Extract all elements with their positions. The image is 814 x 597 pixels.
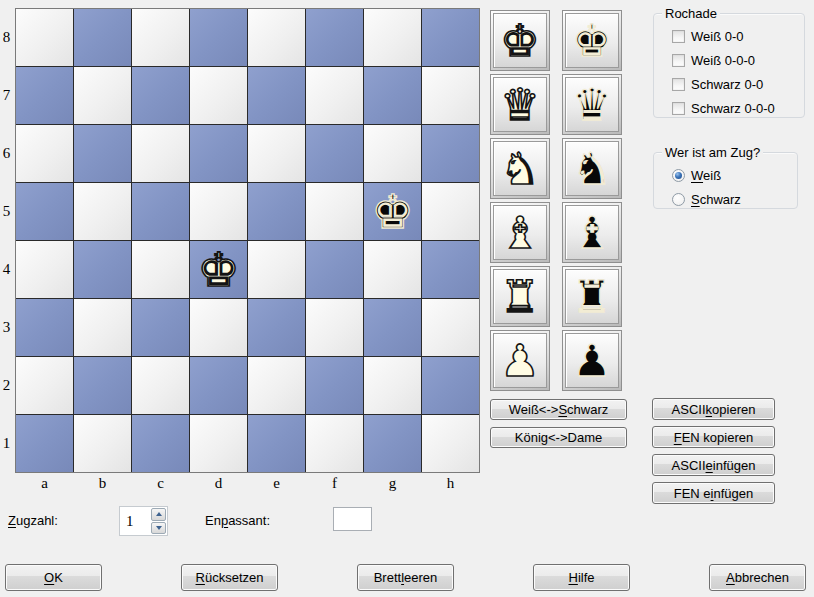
palette-black-queen-face: ♛ (565, 77, 619, 132)
square-d6[interactable] (190, 125, 247, 182)
square-f5[interactable] (306, 183, 363, 240)
swap-colors-label: Weiß<-> (509, 402, 559, 417)
square-f7[interactable] (306, 67, 363, 124)
rank-label-4: 4 (0, 241, 13, 298)
palette-white-queen-button[interactable]: ♛ (490, 74, 550, 135)
black-pawn-icon: ♟ (572, 339, 611, 383)
mirror-king-queen-button[interactable]: König<->Dame (490, 427, 627, 448)
move-number-label: Zugzahl: (8, 512, 58, 529)
square-h4[interactable] (422, 241, 479, 298)
castling-black-long-label: Schwarz 0-0-0 (691, 101, 775, 116)
square-c1[interactable] (132, 415, 189, 472)
square-c3[interactable] (132, 299, 189, 356)
white-knight-icon: ♞ (500, 147, 539, 191)
square-a3[interactable] (16, 299, 73, 356)
palette-white-king-face: ♚ (493, 13, 547, 68)
file-labels: abcdefgh (15, 474, 480, 492)
down-arrow-icon (156, 526, 162, 530)
square-a2[interactable] (16, 357, 73, 414)
rank-label-1: 1 (0, 415, 13, 472)
square-e7[interactable] (248, 67, 305, 124)
castling-black-short-checkbox[interactable] (672, 78, 685, 91)
square-e6[interactable] (248, 125, 305, 182)
square-d2[interactable] (190, 357, 247, 414)
square-f3[interactable] (306, 299, 363, 356)
rank-label-6: 6 (0, 125, 13, 182)
file-label-f: f (306, 474, 363, 492)
square-g6[interactable] (364, 125, 421, 182)
square-d5[interactable] (190, 183, 247, 240)
black-bishop-icon: ♝ (572, 211, 611, 255)
castling-black-short-row: Schwarz 0-0 (672, 76, 804, 92)
castling-black-long-row: Schwarz 0-0-0 (672, 100, 804, 116)
square-e8[interactable] (248, 9, 305, 66)
swap-colors-button[interactable]: Weiß<->Schwarz (490, 399, 627, 420)
turn-white-radio[interactable] (672, 169, 685, 182)
square-c6[interactable] (132, 125, 189, 182)
square-h8[interactable] (422, 9, 479, 66)
file-label-h: h (422, 474, 479, 492)
square-e1[interactable] (248, 415, 305, 472)
square-h2[interactable] (422, 357, 479, 414)
move-number-spinner: 1 (119, 506, 168, 536)
palette-white-king-button[interactable]: ♚ (490, 10, 550, 71)
square-h3[interactable] (422, 299, 479, 356)
square-h5[interactable] (422, 183, 479, 240)
white-queen-icon: ♛ (500, 83, 539, 127)
palette-black-pawn-button[interactable]: ♟ (562, 330, 622, 391)
rank-label-2: 2 (0, 357, 13, 414)
palette-black-knight-face: ♞ (565, 141, 619, 196)
square-d1[interactable] (190, 415, 247, 472)
ascii-copy-button[interactable]: ASCII kopieren (652, 398, 775, 420)
square-g4[interactable] (364, 241, 421, 298)
spin-down-button[interactable] (151, 522, 166, 535)
white-king: ♚ (197, 246, 239, 293)
square-d3[interactable] (190, 299, 247, 356)
square-b4[interactable] (74, 241, 131, 298)
palette-white-queen-face: ♛ (493, 77, 547, 132)
square-b8[interactable] (74, 9, 131, 66)
palette-white-rook-face: ♜ (493, 269, 547, 324)
square-b6[interactable] (74, 125, 131, 182)
palette-white-knight-face: ♞ (493, 141, 547, 196)
square-a1[interactable] (16, 415, 73, 472)
rank-label-5: 5 (0, 183, 13, 240)
white-rook-icon: ♜ (500, 275, 539, 319)
square-c7[interactable] (132, 67, 189, 124)
turn-black-label: Schwarz (691, 192, 741, 207)
turn-group: Wer ist am Zug? Weiß Schwarz (653, 152, 798, 209)
square-d4[interactable]: ♚ (190, 241, 247, 298)
square-g1[interactable] (364, 415, 421, 472)
palette-black-rook-face: ♜ (565, 269, 619, 324)
reset-button[interactable]: Rücksetzen (181, 564, 278, 591)
ok-button[interactable]: OK (5, 564, 102, 591)
square-a5[interactable] (16, 183, 73, 240)
en-passant-label: En passant: (205, 512, 270, 529)
file-label-e: e (248, 474, 305, 492)
black-knight-icon: ♞ (572, 147, 611, 191)
square-h7[interactable] (422, 67, 479, 124)
square-b2[interactable] (74, 357, 131, 414)
palette-black-king-button[interactable]: ♚ (562, 10, 622, 71)
castling-white-short-checkbox[interactable] (672, 30, 685, 43)
palette-black-king-face: ♚ (565, 13, 619, 68)
en-passant-field[interactable] (333, 507, 372, 531)
castling-group-title: Rochade (662, 6, 720, 21)
square-b1[interactable] (74, 415, 131, 472)
palette-white-pawn-button[interactable]: ♟ (490, 330, 550, 391)
square-h1[interactable] (422, 415, 479, 472)
clear-board-button[interactable]: Brett leeren (357, 564, 454, 591)
castling-group: Rochade Weiß 0-0 Weiß 0-0-0 Schwarz 0-0 … (653, 13, 805, 118)
piece-palette: ♚♚♛♛♞♞♝♝♜♜♟♟ (490, 10, 622, 391)
palette-white-knight-button[interactable]: ♞ (490, 138, 550, 199)
castling-white-long-label: Weiß 0-0-0 (691, 53, 755, 68)
file-label-a: a (16, 474, 73, 492)
palette-black-bishop-button[interactable]: ♝ (562, 202, 622, 263)
square-a8[interactable] (16, 9, 73, 66)
square-f1[interactable] (306, 415, 363, 472)
castling-black-long-checkbox[interactable] (672, 102, 685, 115)
black-queen-icon: ♛ (572, 83, 611, 127)
palette-black-bishop-face: ♝ (565, 205, 619, 260)
palette-white-bishop-face: ♝ (493, 205, 547, 260)
file-label-b: b (74, 474, 131, 492)
file-label-c: c (132, 474, 189, 492)
castling-black-short-label: Schwarz 0-0 (691, 77, 763, 92)
mirror-king-queen-label: König<->Dame (515, 430, 602, 445)
white-pawn-icon: ♟ (500, 339, 539, 383)
square-e4[interactable] (248, 241, 305, 298)
square-f2[interactable] (306, 357, 363, 414)
castling-white-short-row: Weiß 0-0 (672, 28, 804, 44)
castling-white-long-row: Weiß 0-0-0 (672, 52, 804, 68)
square-c4[interactable] (132, 241, 189, 298)
rank-label-3: 3 (0, 299, 13, 356)
square-g2[interactable] (364, 357, 421, 414)
square-g3[interactable] (364, 299, 421, 356)
move-number-value[interactable]: 1 (121, 508, 151, 534)
square-f6[interactable] (306, 125, 363, 182)
white-king-icon: ♚ (500, 19, 539, 63)
palette-black-pawn-face: ♟ (565, 333, 619, 388)
square-a4[interactable] (16, 241, 73, 298)
turn-white-row: Weiß (672, 167, 797, 183)
palette-black-rook-button[interactable]: ♜ (562, 266, 622, 327)
palette-black-knight-button[interactable]: ♞ (562, 138, 622, 199)
square-e2[interactable] (248, 357, 305, 414)
castling-white-short-label: Weiß 0-0 (691, 29, 744, 44)
turn-black-row: Schwarz (672, 191, 797, 207)
square-g7[interactable] (364, 67, 421, 124)
square-e5[interactable] (248, 183, 305, 240)
cancel-button[interactable]: Abbrechen (709, 564, 806, 591)
black-rook-icon: ♜ (572, 275, 611, 319)
square-c5[interactable] (132, 183, 189, 240)
palette-black-queen-button[interactable]: ♛ (562, 74, 622, 135)
rank-label-8: 8 (0, 9, 13, 66)
square-b5[interactable] (74, 183, 131, 240)
turn-group-title: Wer ist am Zug? (662, 145, 763, 160)
square-c2[interactable] (132, 357, 189, 414)
black-king-icon: ♚ (572, 19, 611, 63)
file-label-g: g (364, 474, 421, 492)
up-arrow-icon (156, 512, 162, 516)
spin-up-button[interactable] (151, 508, 166, 521)
ascii-paste-button[interactable]: ASCII einfügen (652, 454, 775, 476)
black-king: ♚ (371, 188, 413, 235)
chess-board: ♚♚ (15, 8, 480, 473)
square-a7[interactable] (16, 67, 73, 124)
square-d8[interactable] (190, 9, 247, 66)
help-button[interactable]: Hilfe (533, 564, 630, 591)
square-b7[interactable] (74, 67, 131, 124)
turn-black-radio[interactable] (672, 193, 685, 206)
square-b3[interactable] (74, 299, 131, 356)
castling-white-long-checkbox[interactable] (672, 54, 685, 67)
square-h6[interactable] (422, 125, 479, 182)
file-label-d: d (190, 474, 247, 492)
palette-white-pawn-face: ♟ (493, 333, 547, 388)
turn-white-label: Weiß (691, 168, 721, 183)
square-d7[interactable] (190, 67, 247, 124)
rank-labels: 87654321 (0, 0, 14, 473)
square-g8[interactable] (364, 9, 421, 66)
rank-label-7: 7 (0, 67, 13, 124)
square-e3[interactable] (248, 299, 305, 356)
square-f4[interactable] (306, 241, 363, 298)
square-f8[interactable] (306, 9, 363, 66)
white-bishop-icon: ♝ (500, 211, 539, 255)
square-a6[interactable] (16, 125, 73, 182)
fen-paste-button[interactable]: FEN einfügen (652, 482, 775, 504)
square-c8[interactable] (132, 9, 189, 66)
square-g5[interactable]: ♚ (364, 183, 421, 240)
fen-copy-button[interactable]: FEN kopieren (652, 426, 775, 448)
palette-white-rook-button[interactable]: ♜ (490, 266, 550, 327)
palette-white-bishop-button[interactable]: ♝ (490, 202, 550, 263)
